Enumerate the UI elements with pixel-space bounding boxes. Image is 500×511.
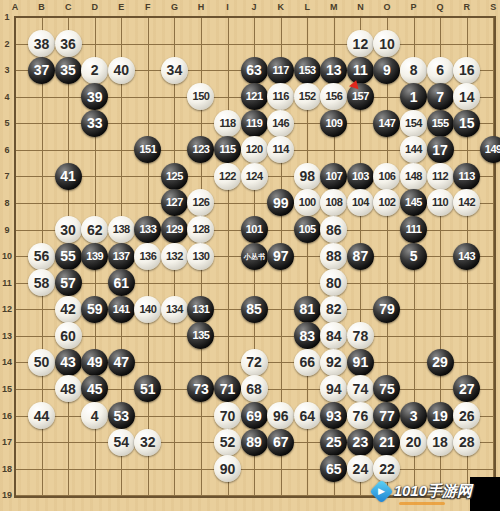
stone-move-number: 112 [432, 171, 448, 182]
stone-black-P10: 5 [400, 243, 427, 270]
watermark-site-name: 1010手游网 [394, 482, 472, 501]
stone-move-number: 111 [406, 224, 422, 235]
row-label-11: 11 [2, 278, 12, 288]
stone-move-number: 105 [299, 224, 316, 235]
stone-black-R5: 15 [453, 110, 480, 137]
stone-move-number: 125 [166, 171, 183, 182]
stone-white-R4: 14 [453, 83, 480, 110]
stone-move-number: 138 [113, 224, 130, 235]
stone-move-number: 80 [326, 276, 342, 290]
stone-move-number: 14 [459, 90, 475, 104]
stone-move-number: 2 [91, 63, 99, 77]
stone-move-number: 6 [436, 63, 444, 77]
stone-move-number: 154 [405, 118, 422, 129]
stone-move-number: 82 [326, 302, 342, 316]
stone-white-H10: 130 [187, 243, 214, 270]
stone-move-number: 40 [113, 63, 129, 77]
play-diamond-icon: ▶ [369, 479, 393, 503]
stone-black-L9: 105 [294, 216, 321, 243]
stone-black-R15: 27 [453, 375, 480, 402]
stone-black-J16: 69 [241, 402, 268, 429]
stone-move-number: 39 [87, 90, 103, 104]
row-label-13: 13 [2, 331, 12, 341]
stone-move-number: 118 [219, 118, 235, 129]
stone-move-number: 135 [193, 330, 210, 341]
stone-white-E17: 54 [108, 429, 135, 456]
stone-black-B3: 37 [28, 57, 55, 84]
stone-black-P8: 145 [400, 189, 427, 216]
stone-black-H12: 131 [187, 296, 214, 323]
stone-white-B2: 38 [28, 30, 55, 57]
stone-white-D16: 4 [81, 402, 108, 429]
stone-move-number: 113 [459, 171, 475, 182]
stone-black-M18: 65 [320, 455, 347, 482]
stone-move-number: 50 [34, 355, 50, 369]
stone-move-number: 47 [113, 355, 129, 369]
stone-move-number: 83 [299, 329, 315, 343]
stone-move-number: 123 [193, 144, 210, 155]
stone-black-P9: 111 [400, 216, 427, 243]
stone-move-number: 30 [60, 223, 76, 237]
stone-white-H8: 126 [187, 189, 214, 216]
stone-move-number: 22 [379, 462, 395, 476]
stone-move-number: 117 [273, 65, 289, 76]
stone-black-I6: 115 [214, 136, 241, 163]
stone-move-number: 24 [353, 462, 369, 476]
row-label-9: 9 [4, 225, 9, 235]
stone-black-C14: 43 [55, 349, 82, 376]
stone-move-number: 小丛书 [244, 253, 265, 260]
column-label-M: M [330, 2, 338, 12]
stone-move-number: 17 [432, 143, 448, 157]
row-label-3: 3 [4, 65, 9, 75]
stone-white-I7: 122 [214, 163, 241, 190]
go-board-diagram: ABCDEFGHIJKLMNOPQRS123456789101112131415… [0, 0, 500, 511]
stone-move-number: 73 [193, 382, 209, 396]
stone-white-D9: 62 [81, 216, 108, 243]
stone-move-number: 77 [379, 409, 395, 423]
stone-move-number: 92 [326, 355, 342, 369]
column-label-C: C [65, 2, 72, 12]
stone-move-number: 64 [299, 409, 315, 423]
stone-black-M3: 13 [320, 57, 347, 84]
stone-white-P7: 148 [400, 163, 427, 190]
stone-black-O15: 75 [373, 375, 400, 402]
stone-move-number: 119 [246, 118, 262, 129]
stone-move-number: 41 [60, 169, 76, 183]
stone-move-number: 147 [379, 118, 396, 129]
stone-move-number: 44 [34, 409, 50, 423]
stone-black-P4: 1 [400, 83, 427, 110]
stone-move-number: 3 [410, 409, 418, 423]
stone-move-number: 133 [139, 224, 156, 235]
stone-white-B10: 56 [28, 243, 55, 270]
stone-move-number: 66 [299, 355, 315, 369]
stone-black-P16: 3 [400, 402, 427, 429]
stone-move-number: 69 [246, 409, 262, 423]
stone-move-number: 55 [60, 249, 76, 263]
stone-white-L14: 66 [294, 349, 321, 376]
stone-black-D4: 39 [81, 83, 108, 110]
stone-move-number: 16 [459, 63, 475, 77]
stone-move-number: 157 [352, 91, 369, 102]
stone-move-number: 8 [410, 63, 418, 77]
column-label-L: L [305, 2, 311, 12]
stone-white-N2: 12 [347, 30, 374, 57]
stone-white-R3: 16 [453, 57, 480, 84]
stone-white-M15: 94 [320, 375, 347, 402]
column-label-D: D [91, 2, 98, 12]
column-label-K: K [277, 2, 284, 12]
stone-move-number: 51 [140, 382, 156, 396]
stone-move-number: 18 [432, 435, 448, 449]
black-corner-block [470, 477, 500, 511]
stone-black-E11: 61 [108, 269, 135, 296]
stone-white-F17: 32 [134, 429, 161, 456]
stone-white-C9: 30 [55, 216, 82, 243]
stone-black-J4: 121 [241, 83, 268, 110]
stone-black-C7: 41 [55, 163, 82, 190]
stone-black-D10: 139 [81, 243, 108, 270]
stone-black-C3: 35 [55, 57, 82, 84]
stone-white-G3: 34 [161, 57, 188, 84]
stone-move-number: 9 [383, 63, 391, 77]
stone-black-J3: 63 [241, 57, 268, 84]
stone-move-number: 93 [326, 409, 342, 423]
row-label-18: 18 [2, 464, 12, 474]
column-label-Q: Q [437, 2, 444, 12]
stone-black-K10: 97 [267, 243, 294, 270]
stone-white-K4: 116 [267, 83, 294, 110]
column-label-P: P [411, 2, 417, 12]
stone-move-number: 103 [352, 171, 369, 182]
stone-move-number: 106 [379, 171, 396, 182]
stone-move-number: 139 [86, 251, 103, 262]
stone-white-N13: 78 [347, 322, 374, 349]
column-label-G: G [171, 2, 178, 12]
stone-move-number: 88 [326, 249, 342, 263]
stone-white-Q7: 112 [427, 163, 454, 190]
column-label-E: E [118, 2, 124, 12]
stone-move-number: 27 [459, 382, 475, 396]
stone-move-number: 120 [246, 144, 263, 155]
stone-move-number: 60 [60, 329, 76, 343]
stone-move-number: 29 [432, 355, 448, 369]
stone-move-number: 115 [219, 144, 235, 155]
stone-move-number: 86 [326, 223, 342, 237]
stone-white-J14: 72 [241, 349, 268, 376]
stone-white-G12: 134 [161, 296, 188, 323]
stone-move-number: 143 [458, 251, 475, 262]
stone-move-number: 97 [273, 249, 289, 263]
stone-move-number: 57 [60, 276, 76, 290]
stone-move-number: 78 [353, 329, 369, 343]
stone-move-number: 122 [219, 171, 236, 182]
stone-white-P6: 144 [400, 136, 427, 163]
stone-white-K5: 146 [267, 110, 294, 137]
column-label-B: B [38, 2, 45, 12]
stone-black-J17: 89 [241, 429, 268, 456]
stone-move-number: 101 [246, 224, 263, 235]
stone-move-number: 156 [325, 91, 342, 102]
stone-move-number: 32 [140, 435, 156, 449]
stone-black-L12: 81 [294, 296, 321, 323]
stone-white-I17: 52 [214, 429, 241, 456]
stone-black-K17: 67 [267, 429, 294, 456]
stone-move-number: 102 [379, 197, 396, 208]
stone-move-number: 52 [220, 435, 236, 449]
stone-move-number: 128 [193, 224, 210, 235]
stone-white-L8: 100 [294, 189, 321, 216]
stone-white-M8: 108 [320, 189, 347, 216]
stone-white-B11: 58 [28, 269, 55, 296]
stone-black-E10: 137 [108, 243, 135, 270]
stone-move-number: 61 [113, 276, 129, 290]
stone-white-B14: 50 [28, 349, 55, 376]
stone-move-number: 56 [34, 249, 50, 263]
stone-move-number: 33 [87, 116, 103, 130]
stone-black-R7: 113 [453, 163, 480, 190]
stone-white-O18: 22 [373, 455, 400, 482]
stone-white-O2: 10 [373, 30, 400, 57]
stone-move-number: 53 [113, 409, 129, 423]
stone-black-H13: 135 [187, 322, 214, 349]
stone-black-J10: 小丛书 [241, 243, 268, 270]
stone-black-D15: 45 [81, 375, 108, 402]
stone-white-H9: 128 [187, 216, 214, 243]
stone-black-O5: 147 [373, 110, 400, 137]
column-label-R: R [463, 2, 470, 12]
stone-move-number: 104 [352, 197, 369, 208]
stone-black-E16: 53 [108, 402, 135, 429]
stone-black-Q4: 7 [427, 83, 454, 110]
stone-black-R10: 143 [453, 243, 480, 270]
stone-black-O16: 77 [373, 402, 400, 429]
last-move-marker [349, 79, 361, 90]
stone-black-M7: 107 [320, 163, 347, 190]
stone-move-number: 23 [353, 435, 369, 449]
stone-black-F6: 151 [134, 136, 161, 163]
stone-move-number: 100 [299, 197, 316, 208]
stone-move-number: 109 [325, 118, 342, 129]
stone-move-number: 129 [166, 224, 183, 235]
stone-move-number: 142 [458, 197, 475, 208]
stone-move-number: 74 [353, 382, 369, 396]
row-label-14: 14 [2, 357, 12, 367]
stone-move-number: 94 [326, 382, 342, 396]
stone-white-H4: 150 [187, 83, 214, 110]
stone-move-number: 58 [34, 276, 50, 290]
row-label-19: 19 [2, 490, 12, 500]
stone-move-number: 65 [326, 462, 342, 476]
stone-move-number: 114 [273, 144, 289, 155]
stone-white-E3: 40 [108, 57, 135, 84]
stone-move-number: 15 [459, 116, 475, 130]
stone-move-number: 54 [113, 435, 129, 449]
stone-white-L4: 152 [294, 83, 321, 110]
stone-move-number: 134 [166, 304, 183, 315]
stone-move-number: 67 [273, 435, 289, 449]
stone-black-D5: 33 [81, 110, 108, 137]
column-label-S: S [490, 2, 496, 12]
stone-move-number: 1 [410, 90, 418, 104]
stone-move-number: 49 [87, 355, 103, 369]
stone-move-number: 75 [379, 382, 395, 396]
stone-move-number: 35 [60, 63, 76, 77]
stone-white-R8: 142 [453, 189, 480, 216]
stone-move-number: 116 [273, 91, 289, 102]
stone-move-number: 11 [353, 63, 368, 77]
stone-white-Q17: 18 [427, 429, 454, 456]
stone-black-N10: 87 [347, 243, 374, 270]
stone-white-F12: 140 [134, 296, 161, 323]
stone-move-number: 12 [353, 37, 369, 51]
stone-move-number: 146 [272, 118, 289, 129]
stone-black-M16: 93 [320, 402, 347, 429]
stone-move-number: 25 [326, 435, 342, 449]
row-label-8: 8 [4, 198, 9, 208]
stone-black-G8: 127 [161, 189, 188, 216]
stone-white-D3: 2 [81, 57, 108, 84]
stone-white-C12: 42 [55, 296, 82, 323]
stone-white-Q3: 6 [427, 57, 454, 84]
stone-white-M11: 80 [320, 269, 347, 296]
stone-white-M4: 156 [320, 83, 347, 110]
stone-move-number: 38 [34, 37, 50, 51]
stone-move-number: 84 [326, 329, 342, 343]
column-label-F: F [145, 2, 151, 12]
row-label-12: 12 [2, 304, 12, 314]
column-label-J: J [252, 2, 257, 12]
stone-white-N15: 74 [347, 375, 374, 402]
watermark-subtext [399, 502, 445, 505]
stone-move-number: 124 [246, 171, 263, 182]
stone-move-number: 121 [246, 91, 263, 102]
stone-black-F15: 51 [134, 375, 161, 402]
stone-move-number: 145 [405, 197, 422, 208]
stone-move-number: 19 [432, 409, 448, 423]
stone-white-I16: 70 [214, 402, 241, 429]
stone-move-number: 136 [139, 251, 156, 262]
stone-black-F9: 133 [134, 216, 161, 243]
stone-move-number: 110 [432, 197, 448, 208]
row-label-2: 2 [4, 39, 9, 49]
stone-move-number: 151 [139, 144, 156, 155]
stone-white-F10: 136 [134, 243, 161, 270]
stone-white-M13: 84 [320, 322, 347, 349]
stone-black-L13: 83 [294, 322, 321, 349]
stone-move-number: 36 [60, 37, 76, 51]
stone-black-I15: 71 [214, 375, 241, 402]
stone-white-R17: 28 [453, 429, 480, 456]
stone-move-number: 126 [193, 197, 210, 208]
stone-white-B16: 44 [28, 402, 55, 429]
stone-black-E14: 47 [108, 349, 135, 376]
stone-white-R16: 26 [453, 402, 480, 429]
stone-black-O17: 21 [373, 429, 400, 456]
stone-white-J7: 124 [241, 163, 268, 190]
stone-move-number: 140 [139, 304, 156, 315]
stone-white-L7: 98 [294, 163, 321, 190]
stone-black-Q14: 29 [427, 349, 454, 376]
stone-white-O7: 106 [373, 163, 400, 190]
stone-white-N18: 24 [347, 455, 374, 482]
stone-move-number: 72 [246, 355, 262, 369]
stone-black-O3: 9 [373, 57, 400, 84]
stone-black-O12: 79 [373, 296, 400, 323]
stone-black-G9: 129 [161, 216, 188, 243]
stone-move-number: 148 [405, 171, 422, 182]
stone-move-number: 43 [60, 355, 76, 369]
stone-white-K6: 114 [267, 136, 294, 163]
stone-black-Q5: 155 [427, 110, 454, 137]
stone-black-H6: 123 [187, 136, 214, 163]
stone-move-number: 130 [193, 251, 210, 262]
row-label-16: 16 [2, 411, 12, 421]
stone-white-C2: 36 [55, 30, 82, 57]
stone-black-Q16: 19 [427, 402, 454, 429]
stone-white-M14: 92 [320, 349, 347, 376]
stone-move-number: 20 [406, 435, 422, 449]
stone-move-number: 63 [246, 63, 262, 77]
stone-black-S6: 149 [480, 136, 500, 163]
stone-white-P5: 154 [400, 110, 427, 137]
stone-black-K3: 117 [267, 57, 294, 84]
stone-move-number: 26 [459, 409, 475, 423]
column-label-I: I [226, 2, 229, 12]
stone-white-N8: 104 [347, 189, 374, 216]
stone-white-E9: 138 [108, 216, 135, 243]
stone-black-J9: 101 [241, 216, 268, 243]
stone-black-D14: 49 [81, 349, 108, 376]
stone-black-E12: 141 [108, 296, 135, 323]
stone-move-number: 45 [87, 382, 103, 396]
stone-move-number: 152 [299, 91, 316, 102]
stone-move-number: 144 [405, 144, 422, 155]
stone-move-number: 62 [87, 223, 103, 237]
stone-white-C13: 60 [55, 322, 82, 349]
stone-black-J5: 119 [241, 110, 268, 137]
stone-move-number: 70 [220, 409, 236, 423]
stone-white-J15: 68 [241, 375, 268, 402]
stone-white-M10: 88 [320, 243, 347, 270]
stone-black-N7: 103 [347, 163, 374, 190]
stone-white-M9: 86 [320, 216, 347, 243]
stone-move-number: 71 [220, 382, 236, 396]
row-label-5: 5 [4, 118, 9, 128]
stone-white-P17: 20 [400, 429, 427, 456]
row-label-15: 15 [2, 384, 12, 394]
column-label-O: O [383, 2, 390, 12]
stone-move-number: 98 [299, 169, 315, 183]
stone-black-J12: 85 [241, 296, 268, 323]
stone-black-D12: 59 [81, 296, 108, 323]
stone-move-number: 34 [167, 63, 183, 77]
stone-move-number: 37 [34, 63, 50, 77]
stone-move-number: 99 [273, 196, 289, 210]
stone-move-number: 76 [353, 409, 369, 423]
stone-move-number: 79 [379, 302, 395, 316]
stone-black-N14: 91 [347, 349, 374, 376]
stone-white-C15: 48 [55, 375, 82, 402]
stone-white-N16: 76 [347, 402, 374, 429]
stone-move-number: 10 [379, 37, 395, 51]
stone-move-number: 141 [113, 304, 130, 315]
stone-move-number: 81 [299, 302, 315, 316]
stone-white-P3: 8 [400, 57, 427, 84]
stone-white-J6: 120 [241, 136, 268, 163]
stone-move-number: 149 [485, 144, 500, 155]
